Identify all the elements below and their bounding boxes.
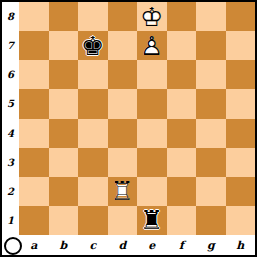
file-label-h: h <box>226 235 256 255</box>
black-rook-piece[interactable]: ♜ <box>137 206 167 235</box>
file-label-c: c <box>78 235 108 255</box>
square-g2[interactable] <box>196 177 226 206</box>
square-f2[interactable] <box>167 177 197 206</box>
square-f1[interactable] <box>167 206 197 235</box>
square-d3[interactable] <box>108 148 138 177</box>
square-h5[interactable] <box>226 89 256 118</box>
white-pawn-piece[interactable]: ♟♙ <box>137 31 167 60</box>
square-a2[interactable] <box>19 177 49 206</box>
square-b4[interactable] <box>49 119 79 148</box>
square-b2[interactable] <box>49 177 79 206</box>
square-c1[interactable] <box>78 206 108 235</box>
square-f5[interactable] <box>167 89 197 118</box>
square-h7[interactable] <box>226 31 256 60</box>
square-f8[interactable] <box>167 2 197 31</box>
rank-label-4: 4 <box>2 119 19 148</box>
square-h8[interactable] <box>226 2 256 31</box>
rank-labels: 87654321 <box>2 2 19 235</box>
square-b1[interactable] <box>49 206 79 235</box>
rank-label-2: 2 <box>2 177 19 206</box>
square-b7[interactable] <box>49 31 79 60</box>
square-c6[interactable] <box>78 60 108 89</box>
black-king-piece[interactable]: ♚ <box>78 31 108 60</box>
square-d1[interactable] <box>108 206 138 235</box>
square-g6[interactable] <box>196 60 226 89</box>
square-d7[interactable] <box>108 31 138 60</box>
file-label-a: a <box>19 235 49 255</box>
square-a6[interactable] <box>19 60 49 89</box>
white-king-piece[interactable]: ♚♔ <box>137 2 167 31</box>
chess-board: ♚♔♚♟♙♜♖♜ <box>19 2 255 235</box>
square-e7[interactable]: ♟♙ <box>137 31 167 60</box>
chess-diagram: 87654321 ♚♔♚♟♙♜♖♜ abcdefgh <box>0 0 257 257</box>
square-f3[interactable] <box>167 148 197 177</box>
square-e8[interactable]: ♚♔ <box>137 2 167 31</box>
square-d2[interactable]: ♜♖ <box>108 177 138 206</box>
rank-label-6: 6 <box>2 60 19 89</box>
square-a8[interactable] <box>19 2 49 31</box>
square-b6[interactable] <box>49 60 79 89</box>
bottom-bar: abcdefgh <box>2 235 255 255</box>
square-h3[interactable] <box>226 148 256 177</box>
square-d4[interactable] <box>108 119 138 148</box>
square-f7[interactable] <box>167 31 197 60</box>
square-c3[interactable] <box>78 148 108 177</box>
square-b5[interactable] <box>49 89 79 118</box>
square-e3[interactable] <box>137 148 167 177</box>
square-h1[interactable] <box>226 206 256 235</box>
square-c7[interactable]: ♚ <box>78 31 108 60</box>
file-label-b: b <box>49 235 79 255</box>
rank-label-1: 1 <box>2 206 19 235</box>
square-b8[interactable] <box>49 2 79 31</box>
square-c4[interactable] <box>78 119 108 148</box>
square-a5[interactable] <box>19 89 49 118</box>
file-label-f: f <box>167 235 197 255</box>
square-f6[interactable] <box>167 60 197 89</box>
file-labels: abcdefgh <box>19 235 255 255</box>
square-d6[interactable] <box>108 60 138 89</box>
square-e4[interactable] <box>137 119 167 148</box>
square-a4[interactable] <box>19 119 49 148</box>
white-rook-piece[interactable]: ♜♖ <box>108 177 138 206</box>
square-g7[interactable] <box>196 31 226 60</box>
square-e5[interactable] <box>137 89 167 118</box>
square-c2[interactable] <box>78 177 108 206</box>
square-e6[interactable] <box>137 60 167 89</box>
rank-label-5: 5 <box>2 89 19 118</box>
file-label-g: g <box>196 235 226 255</box>
square-d8[interactable] <box>108 2 138 31</box>
square-g5[interactable] <box>196 89 226 118</box>
square-h4[interactable] <box>226 119 256 148</box>
square-f4[interactable] <box>167 119 197 148</box>
square-h2[interactable] <box>226 177 256 206</box>
file-label-d: d <box>108 235 138 255</box>
file-label-e: e <box>137 235 167 255</box>
square-g1[interactable] <box>196 206 226 235</box>
square-e1[interactable]: ♜ <box>137 206 167 235</box>
square-e2[interactable] <box>137 177 167 206</box>
rank-label-7: 7 <box>2 31 19 60</box>
square-c5[interactable] <box>78 89 108 118</box>
square-a1[interactable] <box>19 206 49 235</box>
square-c8[interactable] <box>78 2 108 31</box>
square-g8[interactable] <box>196 2 226 31</box>
square-b3[interactable] <box>49 148 79 177</box>
square-g3[interactable] <box>196 148 226 177</box>
square-a3[interactable] <box>19 148 49 177</box>
rank-label-8: 8 <box>2 2 19 31</box>
square-g4[interactable] <box>196 119 226 148</box>
square-d5[interactable] <box>108 89 138 118</box>
square-h6[interactable] <box>226 60 256 89</box>
rank-label-3: 3 <box>2 148 19 177</box>
square-a7[interactable] <box>19 31 49 60</box>
